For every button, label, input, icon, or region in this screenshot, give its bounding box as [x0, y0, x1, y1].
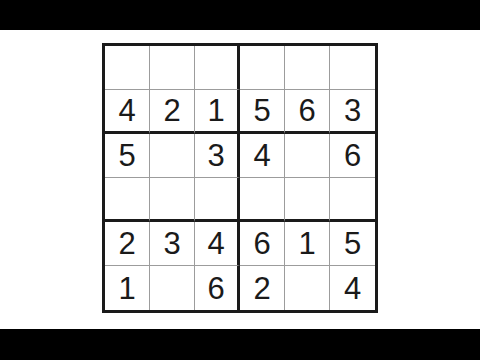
cell-r5c5[interactable]: 1	[285, 222, 330, 266]
cell-r4c3[interactable]	[195, 178, 240, 222]
cell-r1c1[interactable]	[105, 46, 150, 90]
cell-r6c1[interactable]: 1	[105, 266, 150, 310]
cell-r5c1[interactable]: 2	[105, 222, 150, 266]
cell-r1c5[interactable]	[285, 46, 330, 90]
cell-r1c4[interactable]	[240, 46, 285, 90]
cell-r4c6[interactable]	[330, 178, 375, 222]
letterbox-top-bar	[0, 0, 480, 30]
cell-r6c3[interactable]: 6	[195, 266, 240, 310]
cell-r2c3[interactable]: 1	[195, 90, 240, 134]
cell-r3c4[interactable]: 4	[240, 134, 285, 178]
cell-r6c4[interactable]: 2	[240, 266, 285, 310]
cell-r5c6[interactable]: 5	[330, 222, 375, 266]
cell-r6c6[interactable]: 4	[330, 266, 375, 310]
cell-r1c6[interactable]	[330, 46, 375, 90]
puzzle-area: 42156353462346151624	[0, 30, 480, 329]
cell-r3c5[interactable]	[285, 134, 330, 178]
cell-r5c3[interactable]: 4	[195, 222, 240, 266]
cell-r3c1[interactable]: 5	[105, 134, 150, 178]
cell-r2c6[interactable]: 3	[330, 90, 375, 134]
cell-r2c2[interactable]: 2	[150, 90, 195, 134]
cell-r4c5[interactable]	[285, 178, 330, 222]
cell-r5c2[interactable]: 3	[150, 222, 195, 266]
sudoku-board: 42156353462346151624	[102, 43, 378, 313]
video-frame: 42156353462346151624	[0, 0, 480, 360]
cell-r2c5[interactable]: 6	[285, 90, 330, 134]
cell-r4c4[interactable]	[240, 178, 285, 222]
cell-r5c4[interactable]: 6	[240, 222, 285, 266]
cell-r3c2[interactable]	[150, 134, 195, 178]
cell-r1c2[interactable]	[150, 46, 195, 90]
cell-r1c3[interactable]	[195, 46, 240, 90]
cell-r3c6[interactable]: 6	[330, 134, 375, 178]
cell-r2c4[interactable]: 5	[240, 90, 285, 134]
cell-r4c1[interactable]	[105, 178, 150, 222]
cell-r4c2[interactable]	[150, 178, 195, 222]
cell-r6c2[interactable]	[150, 266, 195, 310]
cell-r3c3[interactable]: 3	[195, 134, 240, 178]
cell-r2c1[interactable]: 4	[105, 90, 150, 134]
cell-r6c5[interactable]	[285, 266, 330, 310]
letterbox-bottom-bar	[0, 329, 480, 360]
